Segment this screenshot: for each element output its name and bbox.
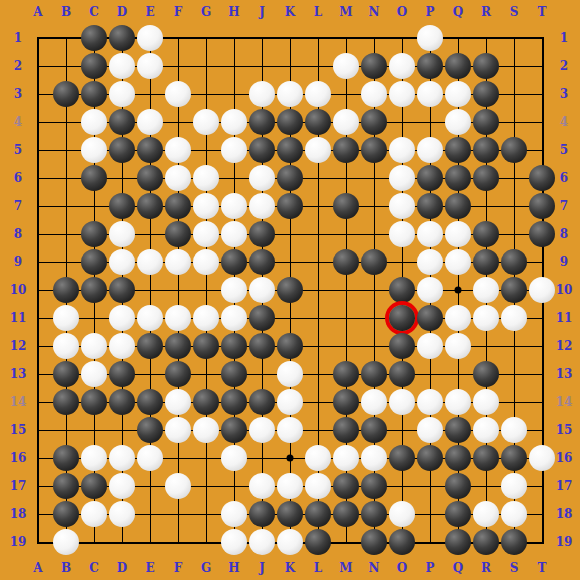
black-stone-C3[interactable] — [81, 81, 107, 107]
white-stone-P3[interactable] — [417, 81, 443, 107]
white-stone-F15[interactable] — [165, 417, 191, 443]
black-stone-N9[interactable] — [361, 249, 387, 275]
black-stone-C8[interactable] — [81, 221, 107, 247]
white-stone-O18[interactable] — [389, 501, 415, 527]
row-label-left-19: 19 — [5, 535, 31, 549]
black-stone-J9[interactable] — [249, 249, 275, 275]
white-stone-D16[interactable] — [109, 445, 135, 471]
row-label-right-19: 19 — [551, 535, 577, 549]
white-stone-F6[interactable] — [165, 165, 191, 191]
black-stone-S16[interactable] — [501, 445, 527, 471]
black-stone-B3[interactable] — [53, 81, 79, 107]
white-stone-M16[interactable] — [333, 445, 359, 471]
black-stone-P7[interactable] — [417, 193, 443, 219]
black-stone-L19[interactable] — [305, 529, 331, 555]
column-label-top-M: M — [333, 5, 359, 19]
white-stone-D3[interactable] — [109, 81, 135, 107]
column-label-top-H: H — [221, 5, 247, 19]
white-stone-P1[interactable] — [417, 25, 443, 51]
white-stone-R14[interactable] — [473, 389, 499, 415]
black-stone-L4[interactable] — [305, 109, 331, 135]
white-stone-P9[interactable] — [417, 249, 443, 275]
black-stone-N19[interactable] — [361, 529, 387, 555]
white-stone-C18[interactable] — [81, 501, 107, 527]
black-stone-N15[interactable] — [361, 417, 387, 443]
black-stone-C1[interactable] — [81, 25, 107, 51]
row-label-left-11: 11 — [5, 311, 31, 325]
black-stone-M9[interactable] — [333, 249, 359, 275]
white-stone-P15[interactable] — [417, 417, 443, 443]
white-stone-R18[interactable] — [473, 501, 499, 527]
black-stone-R16[interactable] — [473, 445, 499, 471]
row-label-left-15: 15 — [5, 423, 31, 437]
white-stone-F11[interactable] — [165, 305, 191, 331]
white-stone-C16[interactable] — [81, 445, 107, 471]
black-stone-E12[interactable] — [137, 333, 163, 359]
row-label-left-9: 9 — [5, 255, 31, 269]
white-stone-F9[interactable] — [165, 249, 191, 275]
black-stone-Q18[interactable] — [445, 501, 471, 527]
white-stone-J17[interactable] — [249, 473, 275, 499]
column-label-bottom-M: M — [333, 561, 359, 575]
white-stone-N3[interactable] — [361, 81, 387, 107]
column-label-top-B: B — [53, 5, 79, 19]
black-stone-Q16[interactable] — [445, 445, 471, 471]
column-label-top-N: N — [361, 5, 387, 19]
black-stone-S19[interactable] — [501, 529, 527, 555]
white-stone-J6[interactable] — [249, 165, 275, 191]
black-stone-M7[interactable] — [333, 193, 359, 219]
white-stone-E11[interactable] — [137, 305, 163, 331]
black-stone-M18[interactable] — [333, 501, 359, 527]
black-stone-K18[interactable] — [277, 501, 303, 527]
column-label-bottom-Q: Q — [445, 561, 471, 575]
white-stone-C13[interactable] — [81, 361, 107, 387]
black-stone-N4[interactable] — [361, 109, 387, 135]
black-stone-R13[interactable] — [473, 361, 499, 387]
column-label-bottom-H: H — [221, 561, 247, 575]
black-stone-E6[interactable] — [137, 165, 163, 191]
black-stone-G12[interactable] — [193, 333, 219, 359]
row-label-right-2: 2 — [551, 59, 577, 73]
white-stone-C12[interactable] — [81, 333, 107, 359]
row-label-left-13: 13 — [5, 367, 31, 381]
white-stone-O2[interactable] — [389, 53, 415, 79]
white-stone-J7[interactable] — [249, 193, 275, 219]
black-stone-B16[interactable] — [53, 445, 79, 471]
white-stone-G11[interactable] — [193, 305, 219, 331]
white-stone-D8[interactable] — [109, 221, 135, 247]
black-stone-O19[interactable] — [389, 529, 415, 555]
white-stone-C5[interactable] — [81, 137, 107, 163]
black-stone-C14[interactable] — [81, 389, 107, 415]
black-stone-R9[interactable] — [473, 249, 499, 275]
black-stone-G14[interactable] — [193, 389, 219, 415]
white-stone-D2[interactable] — [109, 53, 135, 79]
black-stone-S9[interactable] — [501, 249, 527, 275]
black-stone-K6[interactable] — [277, 165, 303, 191]
white-stone-G6[interactable] — [193, 165, 219, 191]
black-stone-D5[interactable] — [109, 137, 135, 163]
column-label-top-C: C — [81, 5, 107, 19]
black-stone-Q2[interactable] — [445, 53, 471, 79]
black-stone-T7[interactable] — [529, 193, 555, 219]
black-stone-N2[interactable] — [361, 53, 387, 79]
row-label-left-2: 2 — [5, 59, 31, 73]
black-stone-Q17[interactable] — [445, 473, 471, 499]
white-stone-S17[interactable] — [501, 473, 527, 499]
row-label-left-18: 18 — [5, 507, 31, 521]
white-stone-D11[interactable] — [109, 305, 135, 331]
column-label-top-R: R — [473, 5, 499, 19]
black-stone-J8[interactable] — [249, 221, 275, 247]
white-stone-G4[interactable] — [193, 109, 219, 135]
white-stone-E2[interactable] — [137, 53, 163, 79]
white-stone-E16[interactable] — [137, 445, 163, 471]
go-board[interactable]: AABBCCDDEEFFGGHHJJKKLLMMNNOOPPQQRRSSTT11… — [0, 0, 580, 580]
column-label-top-J: J — [249, 5, 275, 19]
black-stone-F7[interactable] — [165, 193, 191, 219]
column-label-bottom-B: B — [53, 561, 79, 575]
white-stone-H10[interactable] — [221, 277, 247, 303]
column-label-bottom-N: N — [361, 561, 387, 575]
black-stone-H14[interactable] — [221, 389, 247, 415]
white-stone-Q4[interactable] — [445, 109, 471, 135]
black-stone-K12[interactable] — [277, 333, 303, 359]
white-stone-P14[interactable] — [417, 389, 443, 415]
black-stone-B10[interactable] — [53, 277, 79, 303]
white-stone-R15[interactable] — [473, 417, 499, 443]
black-stone-E5[interactable] — [137, 137, 163, 163]
black-stone-K5[interactable] — [277, 137, 303, 163]
white-stone-K3[interactable] — [277, 81, 303, 107]
white-stone-H5[interactable] — [221, 137, 247, 163]
black-stone-R19[interactable] — [473, 529, 499, 555]
black-stone-E15[interactable] — [137, 417, 163, 443]
white-stone-F14[interactable] — [165, 389, 191, 415]
row-label-left-6: 6 — [5, 171, 31, 185]
black-stone-J4[interactable] — [249, 109, 275, 135]
black-stone-O16[interactable] — [389, 445, 415, 471]
star-point-Q10 — [455, 287, 462, 294]
column-label-bottom-A: A — [25, 561, 51, 575]
white-stone-N14[interactable] — [361, 389, 387, 415]
black-stone-R6[interactable] — [473, 165, 499, 191]
white-stone-M2[interactable] — [333, 53, 359, 79]
white-stone-J10[interactable] — [249, 277, 275, 303]
row-label-right-1: 1 — [551, 31, 577, 45]
column-label-top-K: K — [277, 5, 303, 19]
black-stone-F13[interactable] — [165, 361, 191, 387]
white-stone-J19[interactable] — [249, 529, 275, 555]
black-stone-Q19[interactable] — [445, 529, 471, 555]
white-stone-O5[interactable] — [389, 137, 415, 163]
column-label-bottom-G: G — [193, 561, 219, 575]
white-stone-H7[interactable] — [221, 193, 247, 219]
white-stone-C4[interactable] — [81, 109, 107, 135]
white-stone-T16[interactable] — [529, 445, 555, 471]
white-stone-S11[interactable] — [501, 305, 527, 331]
white-stone-B12[interactable] — [53, 333, 79, 359]
black-stone-N18[interactable] — [361, 501, 387, 527]
white-stone-K15[interactable] — [277, 417, 303, 443]
white-stone-N16[interactable] — [361, 445, 387, 471]
white-stone-L5[interactable] — [305, 137, 331, 163]
white-stone-O7[interactable] — [389, 193, 415, 219]
black-stone-N13[interactable] — [361, 361, 387, 387]
black-stone-M14[interactable] — [333, 389, 359, 415]
white-stone-G15[interactable] — [193, 417, 219, 443]
black-stone-O11[interactable] — [389, 305, 415, 331]
black-stone-J11[interactable] — [249, 305, 275, 331]
row-label-left-3: 3 — [5, 87, 31, 101]
white-stone-Q12[interactable] — [445, 333, 471, 359]
star-point-K16 — [287, 455, 294, 462]
black-stone-B13[interactable] — [53, 361, 79, 387]
white-stone-D18[interactable] — [109, 501, 135, 527]
row-label-left-12: 12 — [5, 339, 31, 353]
row-label-left-1: 1 — [5, 31, 31, 45]
white-stone-G8[interactable] — [193, 221, 219, 247]
white-stone-F17[interactable] — [165, 473, 191, 499]
white-stone-J3[interactable] — [249, 81, 275, 107]
black-stone-C2[interactable] — [81, 53, 107, 79]
white-stone-E1[interactable] — [137, 25, 163, 51]
column-label-top-F: F — [165, 5, 191, 19]
white-stone-O8[interactable] — [389, 221, 415, 247]
white-stone-S15[interactable] — [501, 417, 527, 443]
white-stone-K14[interactable] — [277, 389, 303, 415]
white-stone-S18[interactable] — [501, 501, 527, 527]
black-stone-D7[interactable] — [109, 193, 135, 219]
black-stone-H13[interactable] — [221, 361, 247, 387]
black-stone-T8[interactable] — [529, 221, 555, 247]
black-stone-Q7[interactable] — [445, 193, 471, 219]
black-stone-C10[interactable] — [81, 277, 107, 303]
white-stone-O14[interactable] — [389, 389, 415, 415]
black-stone-M17[interactable] — [333, 473, 359, 499]
black-stone-R3[interactable] — [473, 81, 499, 107]
column-label-bottom-J: J — [249, 561, 275, 575]
black-stone-B17[interactable] — [53, 473, 79, 499]
white-stone-H18[interactable] — [221, 501, 247, 527]
black-stone-Q5[interactable] — [445, 137, 471, 163]
white-stone-H4[interactable] — [221, 109, 247, 135]
column-label-bottom-C: C — [81, 561, 107, 575]
white-stone-B19[interactable] — [53, 529, 79, 555]
white-stone-E4[interactable] — [137, 109, 163, 135]
black-stone-J18[interactable] — [249, 501, 275, 527]
black-stone-P11[interactable] — [417, 305, 443, 331]
black-stone-C17[interactable] — [81, 473, 107, 499]
white-stone-P12[interactable] — [417, 333, 443, 359]
black-stone-K10[interactable] — [277, 277, 303, 303]
black-stone-O10[interactable] — [389, 277, 415, 303]
column-label-top-E: E — [137, 5, 163, 19]
column-label-top-G: G — [193, 5, 219, 19]
black-stone-R8[interactable] — [473, 221, 499, 247]
white-stone-L3[interactable] — [305, 81, 331, 107]
black-stone-J12[interactable] — [249, 333, 275, 359]
black-stone-E7[interactable] — [137, 193, 163, 219]
black-stone-D4[interactable] — [109, 109, 135, 135]
black-stone-N5[interactable] — [361, 137, 387, 163]
black-stone-M15[interactable] — [333, 417, 359, 443]
white-stone-L16[interactable] — [305, 445, 331, 471]
white-stone-H11[interactable] — [221, 305, 247, 331]
black-stone-D1[interactable] — [109, 25, 135, 51]
row-label-right-12: 12 — [551, 339, 577, 353]
row-label-left-4: 4 — [5, 115, 31, 129]
white-stone-M4[interactable] — [333, 109, 359, 135]
column-label-top-S: S — [501, 5, 527, 19]
row-label-left-7: 7 — [5, 199, 31, 213]
column-label-bottom-D: D — [109, 561, 135, 575]
white-stone-G9[interactable] — [193, 249, 219, 275]
white-stone-T10[interactable] — [529, 277, 555, 303]
row-label-left-5: 5 — [5, 143, 31, 157]
black-stone-P16[interactable] — [417, 445, 443, 471]
white-stone-H16[interactable] — [221, 445, 247, 471]
black-stone-J5[interactable] — [249, 137, 275, 163]
column-label-bottom-K: K — [277, 561, 303, 575]
black-stone-K7[interactable] — [277, 193, 303, 219]
column-label-bottom-L: L — [305, 561, 331, 575]
row-label-right-13: 13 — [551, 367, 577, 381]
white-stone-Q11[interactable] — [445, 305, 471, 331]
black-stone-F12[interactable] — [165, 333, 191, 359]
black-stone-R2[interactable] — [473, 53, 499, 79]
row-label-right-4: 4 — [551, 115, 577, 129]
black-stone-D10[interactable] — [109, 277, 135, 303]
black-stone-M13[interactable] — [333, 361, 359, 387]
white-stone-B11[interactable] — [53, 305, 79, 331]
white-stone-F5[interactable] — [165, 137, 191, 163]
black-stone-S10[interactable] — [501, 277, 527, 303]
black-stone-P2[interactable] — [417, 53, 443, 79]
row-label-right-9: 9 — [551, 255, 577, 269]
white-stone-F3[interactable] — [165, 81, 191, 107]
black-stone-N17[interactable] — [361, 473, 387, 499]
column-label-bottom-S: S — [501, 561, 527, 575]
white-stone-P8[interactable] — [417, 221, 443, 247]
column-label-bottom-T: T — [529, 561, 555, 575]
white-stone-H19[interactable] — [221, 529, 247, 555]
black-stone-J14[interactable] — [249, 389, 275, 415]
black-stone-C6[interactable] — [81, 165, 107, 191]
column-label-bottom-R: R — [473, 561, 499, 575]
column-label-top-L: L — [305, 5, 331, 19]
black-stone-R5[interactable] — [473, 137, 499, 163]
column-label-top-P: P — [417, 5, 443, 19]
white-stone-K17[interactable] — [277, 473, 303, 499]
black-stone-O13[interactable] — [389, 361, 415, 387]
row-label-left-14: 14 — [5, 395, 31, 409]
white-stone-R10[interactable] — [473, 277, 499, 303]
column-label-bottom-E: E — [137, 561, 163, 575]
white-stone-O6[interactable] — [389, 165, 415, 191]
black-stone-S5[interactable] — [501, 137, 527, 163]
row-label-right-14: 14 — [551, 395, 577, 409]
white-stone-D9[interactable] — [109, 249, 135, 275]
white-stone-D17[interactable] — [109, 473, 135, 499]
black-stone-K4[interactable] — [277, 109, 303, 135]
white-stone-E9[interactable] — [137, 249, 163, 275]
black-stone-B18[interactable] — [53, 501, 79, 527]
white-stone-K19[interactable] — [277, 529, 303, 555]
row-label-left-16: 16 — [5, 451, 31, 465]
black-stone-H12[interactable] — [221, 333, 247, 359]
black-stone-M5[interactable] — [333, 137, 359, 163]
black-stone-D14[interactable] — [109, 389, 135, 415]
row-label-right-15: 15 — [551, 423, 577, 437]
black-stone-L18[interactable] — [305, 501, 331, 527]
column-label-bottom-P: P — [417, 561, 443, 575]
white-stone-K13[interactable] — [277, 361, 303, 387]
column-label-top-T: T — [529, 5, 555, 19]
row-label-left-17: 17 — [5, 479, 31, 493]
column-label-bottom-O: O — [389, 561, 415, 575]
black-stone-H9[interactable] — [221, 249, 247, 275]
black-stone-D13[interactable] — [109, 361, 135, 387]
black-stone-R4[interactable] — [473, 109, 499, 135]
black-stone-E14[interactable] — [137, 389, 163, 415]
row-label-right-3: 3 — [551, 87, 577, 101]
white-stone-D12[interactable] — [109, 333, 135, 359]
white-stone-P5[interactable] — [417, 137, 443, 163]
black-stone-O12[interactable] — [389, 333, 415, 359]
black-stone-H15[interactable] — [221, 417, 247, 443]
black-stone-T6[interactable] — [529, 165, 555, 191]
white-stone-L17[interactable] — [305, 473, 331, 499]
column-label-top-D: D — [109, 5, 135, 19]
white-stone-H8[interactable] — [221, 221, 247, 247]
row-label-right-5: 5 — [551, 143, 577, 157]
row-label-right-11: 11 — [551, 311, 577, 325]
column-label-bottom-F: F — [165, 561, 191, 575]
white-stone-J15[interactable] — [249, 417, 275, 443]
row-label-left-10: 10 — [5, 283, 31, 297]
white-stone-Q8[interactable] — [445, 221, 471, 247]
white-stone-Q14[interactable] — [445, 389, 471, 415]
black-stone-F8[interactable] — [165, 221, 191, 247]
black-stone-Q15[interactable] — [445, 417, 471, 443]
white-stone-Q9[interactable] — [445, 249, 471, 275]
row-label-right-17: 17 — [551, 479, 577, 493]
column-label-top-A: A — [25, 5, 51, 19]
column-label-top-O: O — [389, 5, 415, 19]
black-stone-B14[interactable] — [53, 389, 79, 415]
white-stone-O3[interactable] — [389, 81, 415, 107]
white-stone-R11[interactable] — [473, 305, 499, 331]
white-stone-P10[interactable] — [417, 277, 443, 303]
black-stone-P6[interactable] — [417, 165, 443, 191]
white-stone-G7[interactable] — [193, 193, 219, 219]
white-stone-Q3[interactable] — [445, 81, 471, 107]
row-label-right-18: 18 — [551, 507, 577, 521]
row-label-left-8: 8 — [5, 227, 31, 241]
black-stone-C9[interactable] — [81, 249, 107, 275]
column-label-top-Q: Q — [445, 5, 471, 19]
black-stone-Q6[interactable] — [445, 165, 471, 191]
